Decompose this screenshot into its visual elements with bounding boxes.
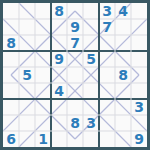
cell-r5c8[interactable]: 8: [115, 67, 131, 83]
cell-r3c6[interactable]: [83, 35, 99, 51]
cell-r3c7[interactable]: [99, 35, 115, 51]
cell-r5c4[interactable]: [51, 67, 67, 83]
cell-r6c6[interactable]: [83, 83, 99, 99]
cell-r4c9[interactable]: [131, 51, 147, 67]
cell-r8c8[interactable]: [115, 115, 131, 131]
cell-r4c3[interactable]: [35, 51, 51, 67]
cell-r9c4[interactable]: [51, 131, 67, 147]
cell-r4c2[interactable]: [19, 51, 35, 67]
cell-r3c5[interactable]: 7: [67, 35, 83, 51]
cell-r8c3[interactable]: [35, 115, 51, 131]
cell-r8c2[interactable]: [19, 115, 35, 131]
cell-r3c8[interactable]: [115, 35, 131, 51]
cell-r4c8[interactable]: [115, 51, 131, 67]
cell-r9c8[interactable]: [115, 131, 131, 147]
cell-r9c5[interactable]: [67, 131, 83, 147]
cell-r3c9[interactable]: [131, 35, 147, 51]
cell-r9c2[interactable]: [19, 131, 35, 147]
cell-r5c6[interactable]: [83, 67, 99, 83]
cell-r9c3[interactable]: 1: [35, 131, 51, 147]
cell-r3c3[interactable]: [35, 35, 51, 51]
cell-r7c5[interactable]: [67, 99, 83, 115]
cell-r3c4[interactable]: [51, 35, 67, 51]
cell-r5c9[interactable]: [131, 67, 147, 83]
cell-r7c3[interactable]: [35, 99, 51, 115]
cell-r2c1[interactable]: [3, 19, 19, 35]
cell-r1c7[interactable]: 3: [99, 3, 115, 19]
cell-r7c2[interactable]: [19, 99, 35, 115]
cell-r6c1[interactable]: [3, 83, 19, 99]
cell-r8c4[interactable]: [51, 115, 67, 131]
cell-r3c1[interactable]: 8: [3, 35, 19, 51]
cell-r8c5[interactable]: 8: [67, 115, 83, 131]
cell-r4c1[interactable]: [3, 51, 19, 67]
cell-r5c1[interactable]: [3, 67, 19, 83]
cell-r7c1[interactable]: [3, 99, 19, 115]
cells-grid: 834978795584383619: [3, 3, 147, 147]
cell-r5c3[interactable]: [35, 67, 51, 83]
cell-r7c9[interactable]: 3: [131, 99, 147, 115]
cell-r6c7[interactable]: [99, 83, 115, 99]
cell-r4c4[interactable]: 9: [51, 51, 67, 67]
cell-r2c8[interactable]: [115, 19, 131, 35]
cell-r9c1[interactable]: 6: [3, 131, 19, 147]
cell-r1c5[interactable]: [67, 3, 83, 19]
cell-r2c2[interactable]: [19, 19, 35, 35]
cell-r1c6[interactable]: [83, 3, 99, 19]
cell-r4c5[interactable]: [67, 51, 83, 67]
cell-r8c1[interactable]: [3, 115, 19, 131]
cell-r1c1[interactable]: [3, 3, 19, 19]
cell-r2c9[interactable]: [131, 19, 147, 35]
cell-r6c4[interactable]: 4: [51, 83, 67, 99]
cell-r2c5[interactable]: 9: [67, 19, 83, 35]
cell-r2c6[interactable]: [83, 19, 99, 35]
cell-r1c3[interactable]: [35, 3, 51, 19]
cell-r2c3[interactable]: [35, 19, 51, 35]
cell-r6c9[interactable]: [131, 83, 147, 99]
cell-r4c7[interactable]: [99, 51, 115, 67]
cell-r3c2[interactable]: [19, 35, 35, 51]
cell-r7c6[interactable]: [83, 99, 99, 115]
cell-r9c7[interactable]: [99, 131, 115, 147]
cell-r7c7[interactable]: [99, 99, 115, 115]
cell-r4c6[interactable]: 5: [83, 51, 99, 67]
cell-r7c8[interactable]: [115, 99, 131, 115]
cell-r6c5[interactable]: [67, 83, 83, 99]
cell-r1c4[interactable]: 8: [51, 3, 67, 19]
cell-r8c7[interactable]: [99, 115, 115, 131]
cell-r1c2[interactable]: [19, 3, 35, 19]
cell-r1c8[interactable]: 4: [115, 3, 131, 19]
cell-r9c6[interactable]: [83, 131, 99, 147]
cell-r2c4[interactable]: [51, 19, 67, 35]
sudoku-board: 834978795584383619: [0, 0, 150, 150]
cell-r6c8[interactable]: [115, 83, 131, 99]
cell-r8c9[interactable]: [131, 115, 147, 131]
cell-r1c9[interactable]: [131, 3, 147, 19]
cell-r5c7[interactable]: [99, 67, 115, 83]
cell-r5c5[interactable]: [67, 67, 83, 83]
cell-r7c4[interactable]: [51, 99, 67, 115]
cell-r2c7[interactable]: 7: [99, 19, 115, 35]
cell-r6c2[interactable]: [19, 83, 35, 99]
cell-r6c3[interactable]: [35, 83, 51, 99]
cell-r8c6[interactable]: 3: [83, 115, 99, 131]
cell-r5c2[interactable]: 5: [19, 67, 35, 83]
cell-r9c9[interactable]: 9: [131, 131, 147, 147]
